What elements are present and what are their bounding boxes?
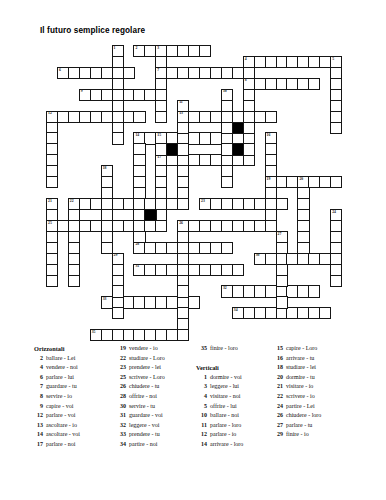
- cell-r23c21[interactable]: [276, 296, 288, 308]
- cell-number-6: 6: [59, 68, 61, 73]
- clue-number: 17: [30, 440, 43, 450]
- cell-r11c20[interactable]: [265, 165, 277, 177]
- cell-number-12: 12: [48, 111, 52, 116]
- clue-number: 27: [270, 421, 283, 431]
- cell-r13c5[interactable]: [101, 187, 113, 199]
- clue-text: prendere - tu: [129, 430, 160, 440]
- clue-number: 14: [30, 430, 43, 440]
- clue-number: 25: [113, 373, 126, 383]
- clue-item: 25scrivere - Loro: [113, 373, 165, 383]
- cell-number-15: 15: [157, 133, 161, 138]
- clue-item: 6parlare - lui: [30, 373, 80, 383]
- cell-number-31: 31: [135, 264, 139, 269]
- clue-item: 19vendere - io: [113, 344, 165, 354]
- cell-r3c10[interactable]: [155, 78, 167, 90]
- clue-text: chiudere - tu: [129, 382, 159, 392]
- cell-r1c10[interactable]: [155, 56, 167, 68]
- clue-item: 14arrivare - loro: [194, 440, 243, 450]
- worksheet-page: Il futuro semplice regolare 234567891213…: [0, 0, 386, 500]
- clue-number: 18: [270, 363, 283, 373]
- cell-r12c0[interactable]: [46, 176, 58, 188]
- cell-r21c26[interactable]: [330, 275, 342, 287]
- clue-item: 27parlare - tu: [270, 421, 321, 431]
- clue-item: 28offrire - noi: [113, 392, 165, 402]
- clue-text: dormire - tu: [286, 373, 315, 383]
- clue-text: vendere - io: [129, 344, 158, 354]
- clue-number: 32: [113, 421, 126, 431]
- clue-item: 5offrire - lui: [194, 402, 243, 412]
- cell-r7c26[interactable]: [330, 122, 342, 134]
- cell-r22c24[interactable]: [308, 285, 320, 297]
- clue-column-4: 15capire - Loro16arrivare - tu18studiare…: [270, 344, 321, 440]
- cell-number-21: 21: [48, 199, 52, 204]
- black-cell-r15c9: [144, 209, 156, 221]
- clue-item: 35finire - loro: [194, 344, 243, 354]
- clue-text: prendere - lei: [129, 363, 161, 373]
- cell-number-8: 8: [245, 78, 247, 83]
- clue-item: 16arrivare - tu: [270, 354, 321, 364]
- clue-number: 4: [30, 363, 43, 373]
- clue-item: 13ascoltare - io: [30, 421, 80, 431]
- cell-number-32: 32: [223, 286, 227, 291]
- clue-text: parlare - voi: [46, 411, 75, 421]
- cell-r21c2[interactable]: [68, 275, 80, 287]
- clue-item: 12parlare - io: [194, 430, 243, 440]
- clue-number: 26: [270, 411, 283, 421]
- across-clues-2: 19vendere - io22studiare - Loro23prender…: [113, 344, 165, 450]
- clue-item: 23prendere - lei: [113, 363, 165, 373]
- clue-number: 19: [113, 344, 126, 354]
- clue-number: 15: [270, 344, 283, 354]
- clue-number: 8: [30, 392, 43, 402]
- cell-number-2: 2: [135, 46, 137, 51]
- clue-item: 21visitare - io: [270, 382, 321, 392]
- cell-r18c21[interactable]: [276, 242, 288, 254]
- clue-item: 29finire - io: [270, 430, 321, 440]
- cell-r15c20[interactable]: [265, 209, 277, 221]
- clue-text: leggere - voi: [129, 421, 159, 431]
- clue-text: parlare - tu: [286, 421, 312, 431]
- cell-r6c20[interactable]: [265, 111, 277, 123]
- clue-text: partire - Lei: [286, 402, 315, 412]
- clue-text: leggere - lui: [210, 382, 239, 392]
- clue-number: 34: [113, 440, 126, 450]
- clue-item: 22scrivere - io: [270, 392, 321, 402]
- clue-number: 2: [30, 354, 43, 364]
- cell-r13c20[interactable]: [265, 187, 277, 199]
- clue-item: 4visitare - noi: [194, 392, 243, 402]
- cell-number-28: 28: [135, 242, 139, 247]
- clue-item: 34partire - noi: [113, 440, 165, 450]
- clue-text: finire - loro: [210, 344, 238, 354]
- clue-text: visitare - noi: [210, 392, 240, 402]
- clue-number: 22: [113, 354, 126, 364]
- cell-r15c10[interactable]: [155, 209, 167, 221]
- cell-r9c18[interactable]: [243, 143, 255, 155]
- cell-r18c16[interactable]: [221, 242, 233, 254]
- clue-item: 30servire - tu: [113, 402, 165, 412]
- cell-number-35: 35: [92, 330, 96, 335]
- clue-number: 12: [194, 430, 207, 440]
- cell-r5c12[interactable]: 11: [177, 100, 189, 112]
- cell-number-9: 9: [81, 89, 83, 94]
- cell-r15c0[interactable]: [46, 209, 58, 221]
- cell-number-25: 25: [48, 221, 52, 226]
- cell-r21c0[interactable]: [46, 275, 58, 287]
- clue-item: 10ballare - noi: [194, 411, 243, 421]
- cell-number-17: 17: [157, 155, 161, 160]
- clue-number: 22: [270, 392, 283, 402]
- clue-number: 6: [30, 373, 43, 383]
- cell-r15c5[interactable]: [101, 209, 113, 221]
- clue-text: servire - tu: [129, 402, 155, 412]
- clue-text: servire - io: [46, 392, 72, 402]
- cell-r20c17[interactable]: [232, 264, 244, 276]
- clue-item: 1dormire - voi: [194, 373, 243, 383]
- clue-item: 20dormire - tu: [270, 373, 321, 383]
- cell-number-27: 27: [278, 232, 282, 237]
- clue-number: 16: [270, 354, 283, 364]
- clue-item: 33prendere - tu: [113, 430, 165, 440]
- clue-number: 9: [30, 402, 43, 412]
- across-clues-1: 2ballare - Lei4vendere - noi6parlare - l…: [30, 354, 80, 450]
- black-cell-r7c17: [232, 122, 244, 134]
- across-clues-3: 35finire - loro: [194, 344, 243, 354]
- clue-number: 3: [194, 382, 207, 392]
- clue-item: 14ascoltare - voi: [30, 430, 80, 440]
- cell-r13c8[interactable]: [133, 187, 145, 199]
- clue-item: 11parlare - loro: [194, 421, 243, 431]
- cell-r24c25[interactable]: [319, 307, 331, 319]
- cell-number-26: 26: [179, 221, 183, 226]
- cell-r13c10[interactable]: [155, 187, 167, 199]
- clue-item: 9capire - voi: [30, 402, 80, 412]
- cell-number-16: 16: [267, 133, 271, 138]
- clue-number: 31: [113, 411, 126, 421]
- clue-number: 33: [113, 430, 126, 440]
- clue-number: 26: [113, 382, 126, 392]
- cell-r25c12[interactable]: [177, 318, 189, 330]
- cell-r24c6[interactable]: [112, 307, 124, 319]
- cell-r6c8[interactable]: [133, 111, 145, 123]
- cell-r7c12[interactable]: [177, 122, 189, 134]
- clue-item: 12parlare - voi: [30, 411, 80, 421]
- clue-text: studiare - Loro: [129, 354, 165, 364]
- cell-number-22: 22: [70, 199, 74, 204]
- clue-number: 7: [30, 382, 43, 392]
- cell-r3c24[interactable]: [308, 78, 320, 90]
- cell-r18c26[interactable]: [330, 242, 342, 254]
- down-clues-1: 1dormire - voi3leggere - lui4visitare - …: [194, 373, 243, 450]
- clue-column-3: 35finire - loro Verticali 1dormire - voi…: [194, 344, 243, 450]
- cell-number-1: 1: [114, 46, 116, 51]
- down-header: Verticali: [196, 363, 219, 373]
- clue-number: 4: [194, 392, 207, 402]
- clue-number: 29: [270, 430, 283, 440]
- cell-number-11: 11: [179, 100, 183, 105]
- clue-item: 3leggere - lui: [194, 382, 243, 392]
- clue-item: 17parlare - noi: [30, 440, 80, 450]
- cell-r22c6[interactable]: [112, 285, 124, 297]
- cell-number-5: 5: [332, 57, 334, 62]
- clue-text: capire - Loro: [286, 344, 317, 354]
- clue-text: finire - io: [286, 430, 309, 440]
- cell-number-24: 24: [332, 210, 336, 215]
- cell-r21c21[interactable]: [276, 275, 288, 287]
- clue-text: arrivare - loro: [210, 440, 243, 450]
- clue-text: parlare - noi: [46, 440, 75, 450]
- cell-r16c10[interactable]: [155, 220, 167, 232]
- cell-number-3: 3: [157, 46, 159, 51]
- cell-r22c12[interactable]: [177, 285, 189, 297]
- cell-number-19: 19: [267, 177, 271, 182]
- clue-number: 20: [270, 373, 283, 383]
- clue-item: 26chiudere - loro: [270, 411, 321, 421]
- clue-number: 23: [113, 363, 126, 373]
- cell-number-23: 23: [201, 199, 205, 204]
- cell-number-33: 33: [103, 297, 107, 302]
- cell-r0c14[interactable]: [199, 45, 211, 57]
- clue-text: scrivere - Loro: [129, 373, 165, 383]
- cell-r10c18[interactable]: [243, 154, 255, 166]
- clue-text: ballare - Lei: [46, 354, 75, 364]
- cell-r6c10[interactable]: [155, 111, 167, 123]
- cell-number-34: 34: [234, 308, 238, 313]
- cell-r17c12[interactable]: [177, 231, 189, 243]
- across-header: Orizzontali: [34, 344, 64, 354]
- clue-text: visitare - io: [286, 382, 313, 392]
- clue-text: vendere - noi: [46, 363, 78, 373]
- clue-text: guardare - tu: [46, 382, 77, 392]
- clue-text: ascoltare - io: [46, 421, 77, 431]
- clue-item: 8servire - io: [30, 392, 80, 402]
- down-clues-2: 15capire - Loro16arrivare - tu18studiare…: [270, 344, 321, 440]
- clue-number: 21: [270, 382, 283, 392]
- cell-r8c6[interactable]: [112, 132, 124, 144]
- cell-number-18: 18: [103, 166, 107, 171]
- clue-item: 31guardare - voi: [113, 411, 165, 421]
- cell-number-20: 20: [299, 177, 303, 182]
- cell-r17c8[interactable]: [133, 231, 145, 243]
- clue-number: 28: [113, 392, 126, 402]
- clue-item: 32leggere - voi: [113, 421, 165, 431]
- clue-item: 24partire - Lei: [270, 402, 321, 412]
- clue-text: chiudere - loro: [286, 411, 321, 421]
- clue-number: 10: [194, 411, 207, 421]
- clue-text: partire - noi: [129, 440, 157, 450]
- clue-number: 24: [270, 402, 283, 412]
- clue-text: parlare - lui: [46, 373, 74, 383]
- clue-item: 22studiare - Loro: [113, 354, 165, 364]
- cell-number-10: 10: [223, 89, 227, 94]
- clue-text: guardare - voi: [129, 411, 163, 421]
- cell-r18c23[interactable]: [297, 242, 309, 254]
- cell-r15c2[interactable]: [68, 209, 80, 221]
- clue-text: offrire - noi: [129, 392, 157, 402]
- clue-number: 1: [194, 373, 207, 383]
- clue-item: 15capire - Loro: [270, 344, 321, 354]
- cell-r5c18[interactable]: [243, 100, 255, 112]
- clue-column-2: 19vendere - io22studiare - Loro23prender…: [113, 344, 165, 450]
- clue-text: studiare - lei: [286, 363, 316, 373]
- clue-number: 5: [194, 402, 207, 412]
- cell-r23c13[interactable]: [188, 296, 200, 308]
- clue-text: dormire - voi: [210, 373, 242, 383]
- page-title: Il futuro semplice regolare: [40, 26, 145, 35]
- clue-number: 13: [30, 421, 43, 431]
- cell-r7c18[interactable]: [243, 122, 255, 134]
- clue-item: 4vendere - noi: [30, 363, 80, 373]
- cell-r12c26[interactable]: [330, 176, 342, 188]
- cell-r5c6[interactable]: [112, 100, 124, 112]
- clue-text: ascoltare - voi: [46, 430, 80, 440]
- cell-r14c12[interactable]: [177, 198, 189, 210]
- clue-text: scrivere - io: [286, 392, 315, 402]
- cell-number-30: 30: [256, 253, 260, 258]
- cell-number-14: 14: [135, 133, 139, 138]
- cell-number-4: 4: [245, 57, 247, 62]
- clue-text: offrire - lui: [210, 402, 237, 412]
- clue-number: 35: [194, 344, 207, 354]
- cell-r13c12[interactable]: [177, 187, 189, 199]
- clue-number: 11: [194, 421, 207, 431]
- clue-text: parlare - loro: [210, 421, 241, 431]
- clue-text: ballare - noi: [210, 411, 239, 421]
- clue-item: 26chiudere - tu: [113, 382, 165, 392]
- cell-r26c12[interactable]: [177, 329, 189, 341]
- cell-r5c16[interactable]: [221, 100, 233, 112]
- clue-number: 30: [113, 402, 126, 412]
- cell-number-29: 29: [114, 253, 118, 258]
- cell-number-7: 7: [157, 68, 159, 73]
- cell-r12c16[interactable]: [221, 176, 233, 188]
- cell-number-13: 13: [179, 111, 183, 116]
- cell-r1c6[interactable]: [112, 56, 124, 68]
- cell-r2c7[interactable]: [123, 67, 135, 79]
- clue-item: 18studiare - lei: [270, 363, 321, 373]
- clue-text: parlare - io: [210, 430, 236, 440]
- cell-r14c21[interactable]: [276, 198, 288, 210]
- clue-column-1: Orizzontali 2ballare - Lei4vendere - noi…: [30, 344, 80, 450]
- clue-number: 12: [30, 411, 43, 421]
- clue-text: arrivare - tu: [286, 354, 314, 364]
- cell-r3c6[interactable]: [112, 78, 124, 90]
- clue-item: 2ballare - Lei: [30, 354, 80, 364]
- clue-text: capire - voi: [46, 402, 73, 412]
- cell-r9c12[interactable]: [177, 143, 189, 155]
- clue-number: 14: [194, 440, 207, 450]
- cell-r19c12[interactable]: [177, 253, 189, 265]
- black-cell-r9c11: [166, 143, 178, 155]
- clue-item: 7guardare - tu: [30, 382, 80, 392]
- black-cell-r9c17: [232, 143, 244, 155]
